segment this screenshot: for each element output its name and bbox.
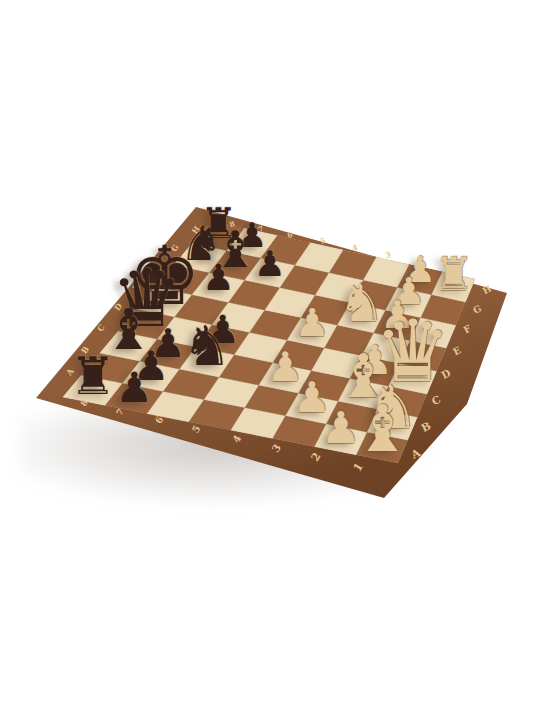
black-knight-c6: ♞ [182, 319, 231, 374]
black-pawn-g6: ♟ [254, 246, 286, 281]
white-pawn-e4: ♟ [295, 304, 330, 343]
product-photo-chessboard: 87654321ABCDEFGHABCDEFGH87654321 ♜♟♞♝♟♟♜… [0, 0, 540, 720]
black-rook-a8: ♜ [70, 350, 116, 402]
black-pawn-a7: ♟ [115, 367, 152, 409]
black-pawn-f7: ♟ [202, 260, 234, 296]
white-bishop-a1: ♝ [353, 397, 411, 461]
white-rook-h1: ♜ [433, 252, 474, 297]
